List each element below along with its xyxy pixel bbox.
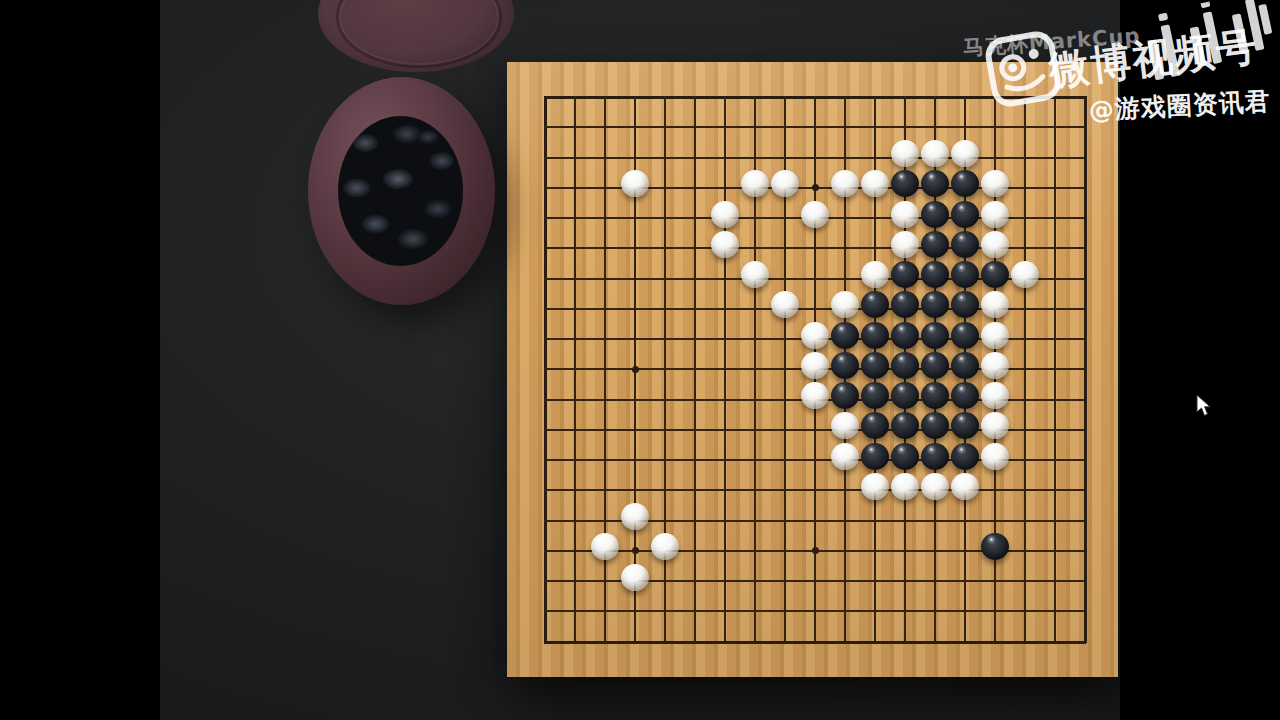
black-stone bbox=[861, 382, 889, 409]
black-stone bbox=[891, 382, 919, 409]
black-stone bbox=[921, 170, 949, 197]
black-stones-in-bowl bbox=[338, 116, 463, 266]
white-stone bbox=[801, 201, 829, 228]
white-stone bbox=[891, 473, 919, 500]
white-stone bbox=[591, 533, 619, 560]
white-stone bbox=[831, 291, 859, 318]
black-stone bbox=[921, 352, 949, 379]
grid-line-vertical bbox=[1084, 96, 1087, 643]
black-stone bbox=[981, 533, 1009, 560]
black-stone bbox=[861, 291, 889, 318]
white-stone bbox=[891, 231, 919, 258]
black-stone bbox=[921, 443, 949, 470]
white-stone bbox=[621, 564, 649, 591]
black-stone-bowl bbox=[308, 77, 495, 305]
white-stone bbox=[801, 352, 829, 379]
black-stone bbox=[831, 322, 859, 349]
go-board bbox=[507, 62, 1118, 677]
pillarbox-left bbox=[0, 0, 160, 720]
black-stone bbox=[891, 170, 919, 197]
white-stone bbox=[651, 533, 679, 560]
white-stone bbox=[981, 412, 1009, 439]
black-stone bbox=[951, 261, 979, 288]
black-stone bbox=[951, 231, 979, 258]
white-stone bbox=[921, 140, 949, 167]
white-stone bbox=[981, 201, 1009, 228]
board-grid[interactable] bbox=[545, 97, 1085, 642]
black-stone bbox=[891, 261, 919, 288]
white-stone bbox=[921, 473, 949, 500]
black-stone bbox=[921, 261, 949, 288]
black-stone bbox=[921, 291, 949, 318]
black-stone bbox=[921, 412, 949, 439]
black-stone bbox=[861, 443, 889, 470]
white-stone bbox=[891, 140, 919, 167]
video-frame: 马克杯MarkCup 微博视频号 @游戏圈资讯君 bbox=[0, 0, 1280, 720]
black-stone bbox=[831, 382, 859, 409]
white-stone bbox=[771, 291, 799, 318]
black-stone bbox=[921, 201, 949, 228]
white-stone bbox=[801, 382, 829, 409]
white-stone bbox=[831, 443, 859, 470]
star-point bbox=[812, 184, 819, 191]
black-stone bbox=[951, 382, 979, 409]
white-stone bbox=[621, 170, 649, 197]
black-stone bbox=[861, 322, 889, 349]
black-stone bbox=[891, 352, 919, 379]
white-stone bbox=[981, 352, 1009, 379]
black-stone bbox=[891, 412, 919, 439]
star-point bbox=[812, 547, 819, 554]
black-stone bbox=[981, 261, 1009, 288]
black-stone bbox=[921, 231, 949, 258]
black-stone bbox=[951, 412, 979, 439]
white-stone bbox=[711, 231, 739, 258]
white-stone bbox=[981, 170, 1009, 197]
white-stone bbox=[801, 322, 829, 349]
game-view bbox=[160, 0, 1120, 720]
white-stone bbox=[981, 231, 1009, 258]
white-stone bbox=[1011, 261, 1039, 288]
black-stone bbox=[921, 382, 949, 409]
black-stone bbox=[951, 352, 979, 379]
white-stone bbox=[861, 473, 889, 500]
white-stone bbox=[861, 170, 889, 197]
white-stone bbox=[831, 170, 859, 197]
grid-line-vertical bbox=[1024, 96, 1026, 643]
white-stone bbox=[981, 322, 1009, 349]
white-stone bbox=[981, 291, 1009, 318]
grid-line-vertical bbox=[1054, 96, 1056, 643]
grid-line-horizontal bbox=[544, 641, 1086, 644]
white-stone bbox=[771, 170, 799, 197]
star-point bbox=[632, 366, 639, 373]
black-stone bbox=[951, 170, 979, 197]
bowl-lid-top bbox=[318, 0, 514, 72]
black-stone bbox=[951, 443, 979, 470]
black-stone bbox=[891, 291, 919, 318]
white-stone bbox=[951, 473, 979, 500]
white-stone bbox=[711, 201, 739, 228]
white-stone bbox=[981, 382, 1009, 409]
white-stone bbox=[891, 201, 919, 228]
grid-line-horizontal bbox=[544, 610, 1086, 612]
black-stone bbox=[951, 201, 979, 228]
star-point bbox=[632, 547, 639, 554]
black-stone bbox=[951, 322, 979, 349]
arrow-cursor-icon bbox=[1196, 395, 1212, 417]
grid-line-horizontal bbox=[544, 489, 1086, 491]
black-stone bbox=[891, 322, 919, 349]
black-stone bbox=[891, 443, 919, 470]
black-stone bbox=[861, 412, 889, 439]
black-stone bbox=[951, 291, 979, 318]
white-stone bbox=[981, 443, 1009, 470]
black-stone bbox=[861, 352, 889, 379]
white-stone bbox=[861, 261, 889, 288]
white-stone bbox=[951, 140, 979, 167]
white-stone bbox=[741, 170, 769, 197]
white-stone bbox=[741, 261, 769, 288]
black-stone bbox=[831, 352, 859, 379]
black-stone bbox=[921, 322, 949, 349]
white-stone bbox=[621, 503, 649, 530]
white-stone bbox=[831, 412, 859, 439]
